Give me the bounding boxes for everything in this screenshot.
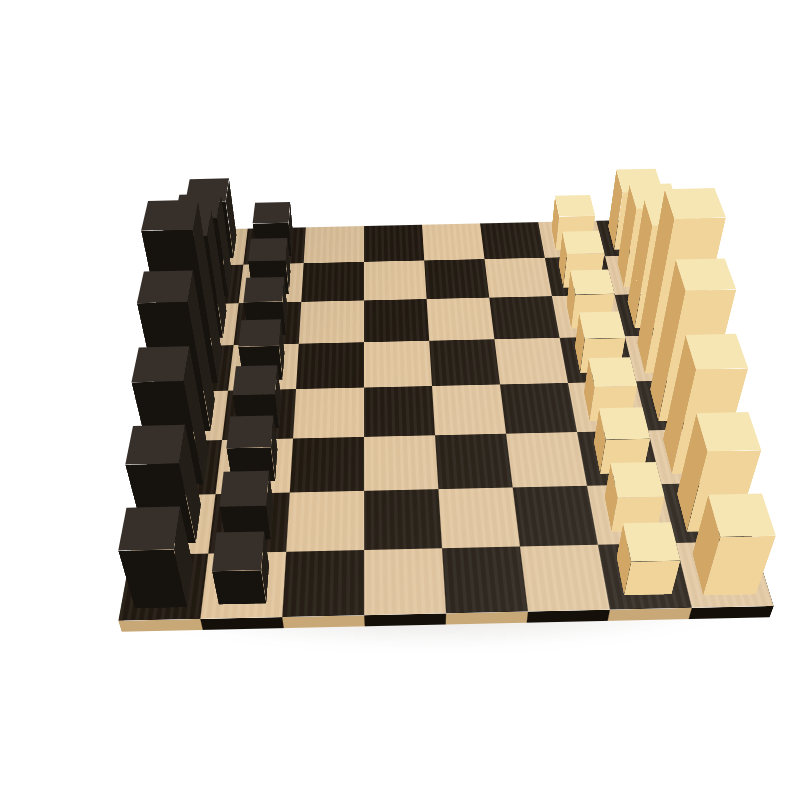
piece-top-face [253,202,291,224]
piece-top-face [226,416,273,449]
piece-top-face [243,277,284,302]
chessboard [118,219,773,620]
piece-top-face [562,231,604,254]
piece-white-pawn [616,556,671,595]
photo-rotation-wrapper [0,0,800,800]
piece-black-pawn [219,565,269,605]
piece-front-face [212,570,266,604]
product-photo-scene [154,108,710,664]
piece-top-face [248,238,287,261]
piece-white-rook [692,552,755,595]
piece-top-face [570,270,614,295]
piece-top-face [118,507,180,551]
piece-top-face [665,188,726,219]
piece-top-face [611,462,665,498]
piece-top-face [141,200,198,231]
piece-top-face [589,357,638,387]
piece-top-face [579,312,625,339]
piece-top-face [125,425,185,465]
piece-top-face [599,407,650,440]
piece-top-face [220,471,270,507]
piece-top-face [623,522,680,562]
piece-top-face [212,531,264,571]
page-background [0,0,800,800]
piece-top-face [708,493,776,537]
piece-top-face [131,346,189,382]
piece-top-face [676,258,737,290]
piece-top-face [137,270,193,303]
piece-front-face [624,561,680,596]
piece-top-face [686,334,749,370]
piece-black-rook [135,565,193,609]
piece-top-face [555,195,595,217]
piece-top-face [238,319,281,347]
piece-top-face [233,365,278,395]
